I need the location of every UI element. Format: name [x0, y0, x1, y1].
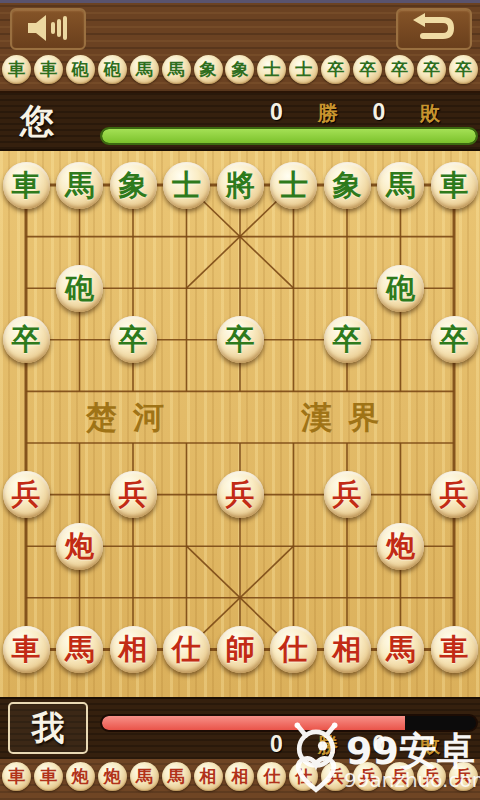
- tray-piece: 兵: [385, 762, 414, 791]
- piece-character: 車: [12, 635, 41, 664]
- opponent-stats: 0 勝 0 敗: [235, 99, 475, 127]
- piece-character: 兵: [333, 480, 362, 509]
- piece-character: 卒: [440, 325, 469, 354]
- piece-character: 相: [333, 635, 362, 664]
- piece-character: 象: [231, 61, 248, 78]
- piece-character: 兵: [327, 768, 344, 785]
- board-piece[interactable]: 砲: [56, 265, 103, 312]
- opponent-losses-label: 敗: [420, 100, 440, 127]
- player-losses-value: 0: [372, 731, 385, 758]
- board-piece[interactable]: 馬: [56, 162, 103, 209]
- opponent-bar-fill: [102, 129, 476, 143]
- board-piece[interactable]: 炮: [56, 523, 103, 570]
- piece-character: 卒: [391, 61, 408, 78]
- piece-character: 卒: [226, 325, 255, 354]
- piece-character: 士: [295, 61, 312, 78]
- return-arrow-icon: [411, 12, 457, 47]
- tray-piece: 馬: [130, 55, 159, 84]
- captured-tray-black: 車車砲砲馬馬象象士士卒卒卒卒卒: [0, 55, 480, 91]
- tray-piece: 砲: [98, 55, 127, 84]
- piece-character: 馬: [168, 61, 185, 78]
- piece-character: 師: [226, 635, 255, 664]
- river-label-left: 楚河: [86, 397, 180, 439]
- tray-piece: 車: [2, 55, 31, 84]
- tray-piece: 炮: [66, 762, 95, 791]
- piece-character: 兵: [119, 480, 148, 509]
- piece-character: 馬: [136, 768, 153, 785]
- piece-character: 車: [8, 768, 25, 785]
- player-losses-label: 敗: [420, 732, 440, 759]
- tray-piece: 卒: [321, 55, 350, 84]
- board-piece[interactable]: 兵: [324, 471, 371, 518]
- board-piece[interactable]: 師: [217, 626, 264, 673]
- board-piece[interactable]: 相: [324, 626, 371, 673]
- piece-character: 砲: [386, 274, 415, 303]
- piece-character: 卒: [12, 325, 41, 354]
- board-piece[interactable]: 象: [324, 162, 371, 209]
- top-toolbar: 車車砲砲馬馬象象士士卒卒卒卒卒: [0, 3, 480, 93]
- piece-character: 士: [172, 171, 201, 200]
- piece-character: 車: [40, 768, 57, 785]
- piece-character: 砲: [72, 61, 89, 78]
- tray-piece: 馬: [130, 762, 159, 791]
- piece-character: 卒: [359, 61, 376, 78]
- piece-character: 士: [279, 171, 308, 200]
- board-piece[interactable]: 砲: [377, 265, 424, 312]
- board-piece[interactable]: 兵: [110, 471, 157, 518]
- piece-character: 砲: [65, 274, 94, 303]
- opponent-label: 您: [20, 99, 54, 145]
- tray-piece: 砲: [66, 55, 95, 84]
- tray-piece: 車: [34, 762, 63, 791]
- captured-tray-red: 車車炮炮馬馬相相仕仕兵兵兵兵兵: [0, 762, 480, 791]
- board-piece[interactable]: 馬: [56, 626, 103, 673]
- piece-character: 兵: [391, 768, 408, 785]
- tray-piece: 炮: [98, 762, 127, 791]
- board-piece[interactable]: 士: [270, 162, 317, 209]
- piece-character: 象: [119, 171, 148, 200]
- opponent-wins-label: 勝: [318, 100, 338, 127]
- board-piece[interactable]: 卒: [110, 316, 157, 363]
- piece-character: 士: [263, 61, 280, 78]
- player-stats: 0 勝 0 敗: [235, 731, 475, 759]
- player-wins-label: 勝: [318, 732, 338, 759]
- tray-piece: 馬: [162, 762, 191, 791]
- tray-piece: 士: [289, 55, 318, 84]
- tray-piece: 兵: [417, 762, 446, 791]
- tray-piece: 仕: [257, 762, 286, 791]
- board-piece[interactable]: 卒: [217, 316, 264, 363]
- board-piece[interactable]: 兵: [431, 471, 478, 518]
- piece-character: 卒: [333, 325, 362, 354]
- opponent-wins-value: 0: [270, 99, 283, 126]
- speaker-icon: [26, 13, 70, 46]
- tray-piece: 兵: [353, 762, 382, 791]
- player-panel: 我 0 勝 0 敗: [0, 697, 480, 759]
- piece-character: 相: [200, 768, 217, 785]
- board-piece[interactable]: 車: [3, 626, 50, 673]
- river-label-right: 漢界: [301, 397, 395, 439]
- player-label: 我: [32, 706, 65, 751]
- piece-character: 馬: [168, 768, 185, 785]
- piece-character: 卒: [455, 61, 472, 78]
- tray-piece: 車: [2, 762, 31, 791]
- tray-piece: 兵: [449, 762, 478, 791]
- tray-piece: 車: [34, 55, 63, 84]
- player-wins-value: 0: [270, 731, 283, 758]
- opponent-panel: 您 0 勝 0 敗: [0, 93, 480, 151]
- piece-character: 仕: [172, 635, 201, 664]
- tray-piece: 卒: [449, 55, 478, 84]
- piece-character: 仕: [279, 635, 308, 664]
- tray-piece: 卒: [353, 55, 382, 84]
- player-progress-bar: [100, 714, 478, 732]
- piece-character: 兵: [440, 480, 469, 509]
- piece-character: 馬: [65, 171, 94, 200]
- board-piece[interactable]: 卒: [3, 316, 50, 363]
- piece-character: 車: [440, 171, 469, 200]
- piece-character: 相: [119, 635, 148, 664]
- piece-character: 炮: [65, 532, 94, 561]
- board-piece[interactable]: 車: [431, 162, 478, 209]
- board-piece[interactable]: 馬: [377, 162, 424, 209]
- piece-character: 砲: [104, 61, 121, 78]
- piece-character: 仕: [263, 768, 280, 785]
- tray-piece: 象: [194, 55, 223, 84]
- board-piece[interactable]: 車: [431, 626, 478, 673]
- piece-character: 車: [8, 61, 25, 78]
- tray-piece: 士: [257, 55, 286, 84]
- board-piece[interactable]: 卒: [324, 316, 371, 363]
- back-button[interactable]: [396, 8, 472, 50]
- tray-piece: 相: [225, 762, 254, 791]
- board-piece[interactable]: 象: [110, 162, 157, 209]
- piece-character: 仕: [295, 768, 312, 785]
- board-piece[interactable]: 馬: [377, 626, 424, 673]
- piece-character: 將: [226, 171, 255, 200]
- piece-character: 炮: [72, 768, 89, 785]
- board-piece[interactable]: 卒: [431, 316, 478, 363]
- piece-character: 兵: [455, 768, 472, 785]
- opponent-losses-value: 0: [372, 99, 385, 126]
- piece-character: 卒: [423, 61, 440, 78]
- app-screen: 車車砲砲馬馬象象士士卒卒卒卒卒 您 0 勝 0 敗 楚河 漢界 車馬象士將士象馬…: [0, 0, 480, 800]
- tray-piece: 卒: [417, 55, 446, 84]
- board-piece[interactable]: 仕: [270, 626, 317, 673]
- piece-character: 車: [12, 171, 41, 200]
- piece-character: 象: [333, 171, 362, 200]
- piece-character: 兵: [12, 480, 41, 509]
- tray-piece: 相: [194, 762, 223, 791]
- piece-character: 兵: [359, 768, 376, 785]
- piece-character: 馬: [386, 171, 415, 200]
- board-piece[interactable]: 士: [163, 162, 210, 209]
- opponent-progress-bar: [100, 127, 478, 145]
- tray-piece: 卒: [385, 55, 414, 84]
- tray-piece: 仕: [289, 762, 318, 791]
- piece-character: 馬: [65, 635, 94, 664]
- piece-character: 象: [200, 61, 217, 78]
- piece-character: 炮: [104, 768, 121, 785]
- piece-character: 相: [231, 768, 248, 785]
- board-piece[interactable]: 仕: [163, 626, 210, 673]
- piece-character: 兵: [226, 480, 255, 509]
- board-piece[interactable]: 相: [110, 626, 157, 673]
- piece-character: 卒: [119, 325, 148, 354]
- piece-character: 車: [440, 635, 469, 664]
- captured-tray-red-wrap: 車車炮炮馬馬相相仕仕兵兵兵兵兵: [0, 759, 480, 800]
- river-band: 楚河 漢界: [26, 397, 454, 439]
- piece-character: 兵: [423, 768, 440, 785]
- tray-piece: 象: [225, 55, 254, 84]
- board-piece[interactable]: 兵: [3, 471, 50, 518]
- piece-character: 炮: [386, 532, 415, 561]
- board-piece[interactable]: 車: [3, 162, 50, 209]
- piece-character: 馬: [136, 61, 153, 78]
- piece-character: 卒: [327, 61, 344, 78]
- board-piece[interactable]: 兵: [217, 471, 264, 518]
- board-piece[interactable]: 將: [217, 162, 264, 209]
- player-bar-fill: [102, 716, 405, 730]
- piece-character: 馬: [386, 635, 415, 664]
- sound-button[interactable]: [10, 8, 86, 50]
- xiangqi-board[interactable]: 楚河 漢界 車馬象士將士象馬車砲砲卒卒卒卒卒兵兵兵兵兵炮炮車馬相仕師仕相馬車: [0, 151, 480, 697]
- player-label-box: 我: [8, 702, 88, 754]
- tray-piece: 兵: [321, 762, 350, 791]
- piece-character: 車: [40, 61, 57, 78]
- tray-piece: 馬: [162, 55, 191, 84]
- board-piece[interactable]: 炮: [377, 523, 424, 570]
